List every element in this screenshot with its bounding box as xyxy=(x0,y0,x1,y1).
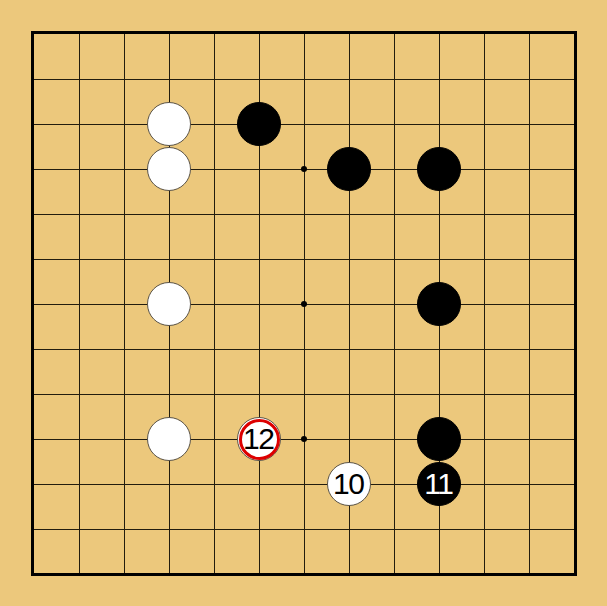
stone-black xyxy=(417,417,461,461)
move-number: 10 xyxy=(335,469,364,499)
stone-black xyxy=(327,147,371,191)
stone-white xyxy=(147,417,191,461)
grid-line-horizontal xyxy=(34,529,574,530)
grid-line-horizontal xyxy=(34,349,574,350)
stone-white-move-10: 10 xyxy=(327,462,371,506)
stone-white xyxy=(147,147,191,191)
stone-white xyxy=(147,102,191,146)
stone-black xyxy=(237,102,281,146)
grid-line-horizontal xyxy=(34,484,574,485)
stone-black-move-11: 11 xyxy=(417,462,461,506)
stone-black xyxy=(417,147,461,191)
grid-line-vertical xyxy=(394,34,395,573)
star-point xyxy=(301,436,307,442)
stone-white-move-12: 12 xyxy=(237,417,281,461)
star-point xyxy=(301,166,307,172)
grid-line-horizontal xyxy=(34,394,574,395)
move-number: 11 xyxy=(426,469,453,499)
stone-black xyxy=(417,282,461,326)
grid-line-vertical xyxy=(529,34,530,573)
go-board[interactable]: 121011 xyxy=(0,0,607,606)
go-diagram: 121011 xyxy=(0,0,607,606)
move-number: 12 xyxy=(245,424,274,454)
stone-white xyxy=(147,282,191,326)
star-point xyxy=(301,301,307,307)
grid-line-vertical xyxy=(484,34,485,573)
